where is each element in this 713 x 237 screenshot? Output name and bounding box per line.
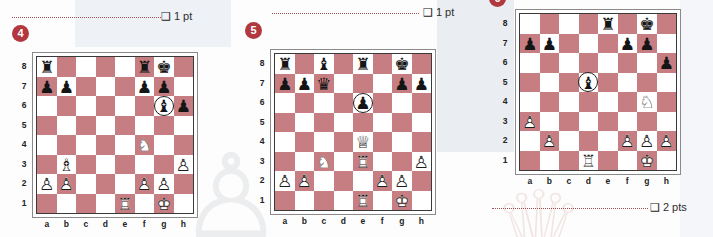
- square-e7: [353, 74, 373, 94]
- square-c8: [76, 57, 96, 77]
- black-pawn-b7: ♟: [295, 74, 315, 94]
- square-e3: [598, 112, 618, 132]
- square-e6: [598, 53, 618, 73]
- square-f7: ♟: [618, 34, 638, 54]
- rank-label: 7: [499, 34, 511, 54]
- file-label: e: [353, 216, 373, 226]
- rank-label: 8: [499, 14, 511, 34]
- rank-label: 7: [18, 77, 30, 97]
- square-e3: [115, 155, 135, 175]
- black-pawn-h7: ♟: [412, 74, 432, 94]
- square-c1: [559, 151, 579, 171]
- black-pawn-a7: ♟: [37, 77, 57, 97]
- square-c2: [76, 174, 96, 194]
- square-d7: [96, 77, 116, 97]
- square-g5: [154, 116, 174, 136]
- square-h3: [657, 112, 677, 132]
- square-b4: [295, 132, 315, 152]
- puzzle-number-badge: 5: [245, 22, 262, 39]
- black-queen-c7: ♛: [314, 74, 334, 94]
- square-a8: ♜: [275, 54, 295, 74]
- square-d1: ♜♖: [579, 151, 599, 171]
- black-pawn-e6: ♟: [353, 93, 373, 113]
- square-a4: [520, 92, 540, 112]
- file-label: f: [618, 176, 638, 186]
- square-a3: [37, 155, 57, 175]
- black-pawn-h6: ♟: [657, 53, 677, 73]
- answer-dotted-line: [272, 13, 419, 14]
- white-pawn-f2: ♟♙: [135, 174, 155, 194]
- file-label: d: [579, 176, 599, 186]
- square-f7: ♟: [135, 77, 155, 97]
- rank-label: 7: [256, 74, 268, 94]
- rank-label: 8: [256, 54, 268, 74]
- square-d7: [334, 74, 354, 94]
- square-e6: ♟: [353, 93, 373, 113]
- black-king-g8: ♚: [637, 14, 657, 34]
- square-e5: [598, 73, 618, 93]
- file-label: g: [154, 219, 174, 229]
- square-e8: ♜: [353, 54, 373, 74]
- square-f8: ♜: [135, 57, 155, 77]
- square-f4: ♞♘: [135, 135, 155, 155]
- square-b8: [540, 14, 560, 34]
- square-a5: [275, 113, 295, 133]
- square-c1: [76, 194, 96, 214]
- square-h6: [412, 93, 432, 113]
- rank-labels: 87654321: [499, 14, 511, 170]
- file-label: g: [392, 216, 412, 226]
- square-f2: ♟♙: [373, 171, 393, 191]
- square-c1: [314, 191, 334, 211]
- rank-label: 2: [18, 174, 30, 194]
- square-g1: ♚♔: [154, 194, 174, 214]
- file-label: b: [57, 219, 77, 229]
- square-a7: ♟: [520, 34, 540, 54]
- square-e2: [353, 171, 373, 191]
- square-g3: [637, 112, 657, 132]
- square-f5: [135, 116, 155, 136]
- white-pawn-h3: ♟♙: [174, 155, 194, 175]
- square-c4: [76, 135, 96, 155]
- white-king-g1: ♚♔: [154, 194, 174, 214]
- square-h7: [174, 77, 194, 97]
- square-d8: [334, 54, 354, 74]
- square-f3: [618, 112, 638, 132]
- square-a4: [275, 132, 295, 152]
- square-e1: ♜♖: [115, 194, 135, 214]
- square-g8: ♚: [392, 54, 412, 74]
- square-d3: [96, 155, 116, 175]
- black-pawn-g7: ♟: [392, 74, 412, 94]
- puzzle-number-badge: 4: [12, 25, 29, 42]
- black-rook-a8: ♜: [275, 54, 295, 74]
- square-e8: [115, 57, 135, 77]
- square-b1: [295, 191, 315, 211]
- square-a2: ♟♙: [275, 171, 295, 191]
- square-h8: [174, 57, 194, 77]
- white-pawn-g2: ♟♙: [154, 174, 174, 194]
- square-d6: [96, 96, 116, 116]
- white-bishop-b3: ♝♗: [57, 155, 77, 175]
- square-c2: [314, 171, 334, 191]
- square-g7: ♟: [154, 77, 174, 97]
- square-g4: [392, 132, 412, 152]
- square-f5: [618, 73, 638, 93]
- file-label: c: [559, 176, 579, 186]
- square-d6: [334, 93, 354, 113]
- file-labels: abcdefgh: [275, 216, 431, 226]
- square-a5: [520, 73, 540, 93]
- black-rook-e8: ♜: [353, 54, 373, 74]
- black-pawn-g7: ♟: [154, 77, 174, 97]
- square-g8: ♚: [637, 14, 657, 34]
- white-knight-f4: ♞♘: [135, 135, 155, 155]
- square-c5: [559, 73, 579, 93]
- square-d5: [334, 113, 354, 133]
- file-label: a: [275, 216, 295, 226]
- square-g1: ♚♔: [637, 151, 657, 171]
- black-king-g8: ♚: [392, 54, 412, 74]
- square-c6: [314, 93, 334, 113]
- white-pawn-h2: ♟♙: [657, 131, 677, 151]
- square-g5: [392, 113, 412, 133]
- square-b2: ♟♙: [57, 174, 77, 194]
- square-d2: [579, 131, 599, 151]
- chess-board: ♜♝♜♚♟♟♛♟♟♟♛♕♞♘♜♖♟♙♟♙♟♙♟♙♟♙♜♖♚♔: [270, 49, 436, 215]
- black-rook-e8: ♜: [598, 14, 618, 34]
- square-b3: [540, 112, 560, 132]
- square-c8: [559, 14, 579, 34]
- file-label: a: [37, 219, 57, 229]
- checkbox-icon: ❑: [650, 201, 660, 214]
- black-bishop-c8: ♝: [314, 54, 334, 74]
- square-a3: [275, 152, 295, 172]
- white-rook-e1: ♜♖: [353, 191, 373, 211]
- file-label: g: [637, 176, 657, 186]
- background-tint-band: [75, 0, 231, 47]
- square-h6: ♟: [174, 96, 194, 116]
- square-h7: [657, 34, 677, 54]
- square-a2: ♟♙: [37, 174, 57, 194]
- square-a8: ♜: [37, 57, 57, 77]
- square-b5: [295, 113, 315, 133]
- square-h2: [412, 171, 432, 191]
- square-h4: [174, 135, 194, 155]
- black-king-g8: ♚: [154, 57, 174, 77]
- board-grid: ♜♝♜♚♟♟♛♟♟♟♛♕♞♘♜♖♟♙♟♙♟♙♟♙♟♙♜♖♚♔: [274, 53, 432, 211]
- points-label: ❑1 pt: [161, 10, 192, 23]
- square-f3: [373, 152, 393, 172]
- square-b6: [295, 93, 315, 113]
- square-f3: [135, 155, 155, 175]
- square-b7: ♟: [295, 74, 315, 94]
- white-pawn-b2: ♟♙: [57, 174, 77, 194]
- square-d6: [579, 53, 599, 73]
- rank-label: 4: [18, 135, 30, 155]
- rank-label: 4: [499, 92, 511, 112]
- square-f5: [373, 113, 393, 133]
- square-f1: [373, 191, 393, 211]
- square-a6: [520, 53, 540, 73]
- square-h5: [412, 113, 432, 133]
- white-pawn-a3: ♟♙: [520, 112, 540, 132]
- square-h1: [657, 151, 677, 171]
- board-grid: ♜♚♟♟♟♟♟♝♞♘♟♙♟♙♟♙♟♙♟♙♜♖♚♔: [519, 13, 677, 171]
- white-pawn-b2: ♟♙: [540, 131, 560, 151]
- square-b4: [540, 92, 560, 112]
- square-e4: [598, 92, 618, 112]
- square-g7: ♟: [637, 34, 657, 54]
- white-king-g1: ♚♔: [392, 191, 412, 211]
- square-e4: ♛♕: [353, 132, 373, 152]
- square-g1: ♚♔: [392, 191, 412, 211]
- square-b8: [295, 54, 315, 74]
- square-c7: [559, 34, 579, 54]
- answer-dotted-line: [12, 17, 161, 18]
- square-f1: [618, 151, 638, 171]
- square-g4: [154, 135, 174, 155]
- square-h8: [657, 14, 677, 34]
- square-b2: ♟♙: [540, 131, 560, 151]
- square-a1: [37, 194, 57, 214]
- square-a5: [37, 116, 57, 136]
- file-label: h: [174, 219, 194, 229]
- square-c6: [76, 96, 96, 116]
- file-label: b: [540, 176, 560, 186]
- square-a7: ♟: [37, 77, 57, 97]
- file-labels: abcdefgh: [520, 176, 676, 186]
- square-a6: [275, 93, 295, 113]
- square-b8: [57, 57, 77, 77]
- file-label: f: [373, 216, 393, 226]
- square-h3: ♟♙: [412, 152, 432, 172]
- square-a7: ♟: [275, 74, 295, 94]
- white-rook-e3: ♜♖: [353, 152, 373, 172]
- square-b4: [57, 135, 77, 155]
- square-a4: [37, 135, 57, 155]
- black-pawn-f7: ♟: [135, 77, 155, 97]
- square-d4: [334, 132, 354, 152]
- rank-label: 6: [18, 96, 30, 116]
- points-text: 1 pt: [436, 6, 454, 18]
- file-label: f: [135, 219, 155, 229]
- square-e8: ♜: [598, 14, 618, 34]
- square-d2: [334, 171, 354, 191]
- square-e3: ♜♖: [353, 152, 373, 172]
- square-g5: [637, 73, 657, 93]
- points-label: ❑2 pts: [650, 201, 687, 214]
- square-a1: [520, 151, 540, 171]
- square-f1: [135, 194, 155, 214]
- square-h4: [657, 92, 677, 112]
- square-c3: ♞♘: [314, 152, 334, 172]
- black-pawn-g7: ♟: [637, 34, 657, 54]
- rank-label: 5: [256, 113, 268, 133]
- white-pawn-g2: ♟♙: [392, 171, 412, 191]
- square-h2: ♟♙: [657, 131, 677, 151]
- rank-label: 3: [499, 112, 511, 132]
- square-d5: ♝: [579, 73, 599, 93]
- square-a2: [520, 131, 540, 151]
- square-b2: ♟♙: [295, 171, 315, 191]
- square-e4: [115, 135, 135, 155]
- square-g3: [154, 155, 174, 175]
- file-label: d: [334, 216, 354, 226]
- square-h1: [412, 191, 432, 211]
- black-rook-a8: ♜: [37, 57, 57, 77]
- white-knight-g4: ♞♘: [637, 92, 657, 112]
- square-c7: ♛: [314, 74, 334, 94]
- square-d1: [334, 191, 354, 211]
- square-f2: ♟♙: [135, 174, 155, 194]
- white-knight-c3: ♞♘: [314, 152, 334, 172]
- square-d3: [579, 112, 599, 132]
- square-e1: ♜♖: [353, 191, 373, 211]
- square-e7: [115, 77, 135, 97]
- square-h6: ♟: [657, 53, 677, 73]
- white-queen-e4: ♛♕: [353, 132, 373, 152]
- square-c2: [559, 131, 579, 151]
- square-b3: [295, 152, 315, 172]
- square-d7: [579, 34, 599, 54]
- black-bishop-d5: ♝: [579, 73, 599, 93]
- square-f8: [618, 14, 638, 34]
- rank-label: 2: [256, 171, 268, 191]
- board-grid: ♜♜♚♟♟♟♟♝♟♞♘♝♗♟♙♟♙♟♙♟♙♟♙♜♖♚♔: [36, 56, 194, 214]
- square-g4: ♞♘: [637, 92, 657, 112]
- square-d5: [96, 116, 116, 136]
- rank-label: 4: [256, 132, 268, 152]
- square-c4: [559, 92, 579, 112]
- square-d8: [579, 14, 599, 34]
- square-g6: ♝: [154, 96, 174, 116]
- points-text: 2 pts: [663, 201, 687, 213]
- square-b5: [57, 116, 77, 136]
- square-h3: ♟♙: [174, 155, 194, 175]
- square-a6: [37, 96, 57, 116]
- white-pawn-f2: ♟♙: [373, 171, 393, 191]
- square-d4: [579, 92, 599, 112]
- square-e6: [115, 96, 135, 116]
- black-pawn-b7: ♟: [57, 77, 77, 97]
- rank-label: 8: [18, 57, 30, 77]
- square-e5: [353, 113, 373, 133]
- square-f4: [618, 92, 638, 112]
- square-e5: [115, 116, 135, 136]
- square-e1: [598, 151, 618, 171]
- square-h5: [174, 116, 194, 136]
- rank-label: 1: [499, 151, 511, 171]
- square-f6: [618, 53, 638, 73]
- square-g2: ♟♙: [154, 174, 174, 194]
- square-f7: [373, 74, 393, 94]
- rank-label: 3: [18, 155, 30, 175]
- white-rook-d1: ♜♖: [579, 151, 599, 171]
- square-c8: ♝: [314, 54, 334, 74]
- square-d2: [96, 174, 116, 194]
- rank-label: 5: [499, 73, 511, 93]
- square-f2: ♟♙: [618, 131, 638, 151]
- square-g8: ♚: [154, 57, 174, 77]
- square-g2: ♟♙: [637, 131, 657, 151]
- rank-label: 1: [18, 194, 30, 214]
- black-pawn-a7: ♟: [520, 34, 540, 54]
- square-b7: ♟: [57, 77, 77, 97]
- black-pawn-a7: ♟: [275, 74, 295, 94]
- square-a3: ♟♙: [520, 112, 540, 132]
- file-label: c: [76, 219, 96, 229]
- square-b3: ♝♗: [57, 155, 77, 175]
- answer-dotted-line: [492, 208, 648, 209]
- square-b6: [57, 96, 77, 116]
- square-h2: [174, 174, 194, 194]
- rank-labels: 87654321: [256, 54, 268, 210]
- white-rook-e1: ♜♖: [115, 194, 135, 214]
- white-pawn-b2: ♟♙: [295, 171, 315, 191]
- square-a1: [275, 191, 295, 211]
- square-d8: [96, 57, 116, 77]
- square-c5: [76, 116, 96, 136]
- points-label: ❑1 pt: [423, 6, 454, 19]
- white-pawn-f2: ♟♙: [618, 131, 638, 151]
- square-c4: [314, 132, 334, 152]
- white-pawn-a2: ♟♙: [37, 174, 57, 194]
- file-label: b: [295, 216, 315, 226]
- square-b6: [540, 53, 560, 73]
- square-h5: [657, 73, 677, 93]
- rank-labels: 87654321: [18, 57, 30, 213]
- file-label: e: [115, 219, 135, 229]
- square-c6: [559, 53, 579, 73]
- rank-label: 2: [499, 131, 511, 151]
- rank-label: 6: [256, 93, 268, 113]
- square-g7: ♟: [392, 74, 412, 94]
- rank-label: 5: [18, 116, 30, 136]
- square-d1: [96, 194, 116, 214]
- square-b1: [57, 194, 77, 214]
- black-bishop-g6: ♝: [154, 96, 174, 116]
- black-pawn-h6: ♟: [174, 96, 194, 116]
- rank-label: 1: [256, 191, 268, 211]
- file-label: h: [412, 216, 432, 226]
- square-h8: [412, 54, 432, 74]
- square-f8: [373, 54, 393, 74]
- square-d3: [334, 152, 354, 172]
- file-label: h: [657, 176, 677, 186]
- file-label: d: [96, 219, 116, 229]
- square-d4: [96, 135, 116, 155]
- chess-board: ♜♜♚♟♟♟♟♝♟♞♘♝♗♟♙♟♙♟♙♟♙♟♙♜♖♚♔: [32, 52, 198, 218]
- file-label: a: [520, 176, 540, 186]
- square-b7: ♟: [540, 34, 560, 54]
- square-b1: [540, 151, 560, 171]
- square-h4: [412, 132, 432, 152]
- rank-label: 3: [256, 152, 268, 172]
- file-label: c: [314, 216, 334, 226]
- square-c5: [314, 113, 334, 133]
- square-h7: ♟: [412, 74, 432, 94]
- square-b5: [540, 73, 560, 93]
- square-e2: [115, 174, 135, 194]
- square-c7: [76, 77, 96, 97]
- square-f4: [373, 132, 393, 152]
- square-c3: [76, 155, 96, 175]
- chess-board: ♜♚♟♟♟♟♟♝♞♘♟♙♟♙♟♙♟♙♟♙♜♖♚♔: [515, 9, 681, 175]
- square-h1: [174, 194, 194, 214]
- square-e2: [598, 131, 618, 151]
- square-f6: [135, 96, 155, 116]
